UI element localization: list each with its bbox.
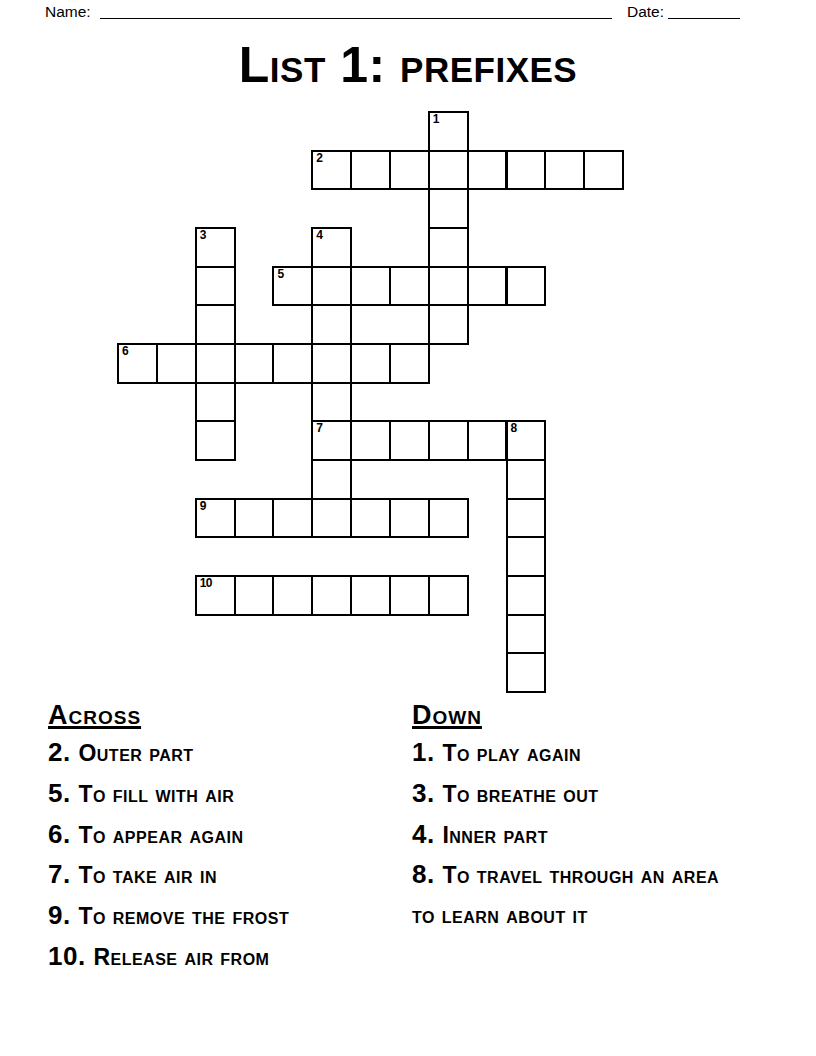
cell-number: 8 xyxy=(511,422,517,435)
grid-cell[interactable] xyxy=(389,343,430,384)
down-clues-section: Down 1. To play again3. To breathe out4.… xyxy=(412,700,722,937)
grid-cell[interactable] xyxy=(428,498,469,539)
clue-item: 10. Release air from xyxy=(48,938,400,979)
grid-cell[interactable] xyxy=(389,575,430,616)
grid-cell[interactable] xyxy=(544,150,585,191)
clue-item: 2. Outer part xyxy=(48,734,400,775)
grid-cell[interactable] xyxy=(389,420,430,461)
clue-text: Release air from xyxy=(93,944,269,970)
clue-item: 1. To play again xyxy=(412,734,722,775)
clue-item: 6. To appear again xyxy=(48,816,400,857)
grid-cell[interactable] xyxy=(350,150,391,191)
clue-text: Outer part xyxy=(78,740,193,766)
grid-cell[interactable] xyxy=(389,498,430,539)
clue-item: 4. Inner part xyxy=(412,816,722,857)
across-clue-list: 2. Outer part5. To fill with air6. To ap… xyxy=(48,734,400,979)
grid-cell[interactable] xyxy=(311,343,352,384)
grid-cell[interactable]: 7 xyxy=(311,420,352,461)
grid-cell[interactable] xyxy=(311,304,352,345)
grid-cell[interactable] xyxy=(156,343,197,384)
grid-cell[interactable] xyxy=(467,420,508,461)
grid-cell[interactable] xyxy=(428,575,469,616)
grid-cell[interactable]: 9 xyxy=(195,498,236,539)
name-blank-line[interactable] xyxy=(100,2,612,19)
grid-cell[interactable] xyxy=(506,536,547,577)
down-clue-list: 1. To play again3. To breathe out4. Inne… xyxy=(412,734,722,937)
grid-cell[interactable] xyxy=(311,266,352,307)
grid-cell[interactable] xyxy=(195,266,236,307)
clue-number: 6. xyxy=(48,819,78,849)
grid-cell[interactable] xyxy=(234,343,275,384)
cell-number: 4 xyxy=(316,229,322,242)
grid-cell[interactable] xyxy=(350,420,391,461)
cell-number: 2 xyxy=(316,152,322,165)
grid-cell[interactable] xyxy=(350,343,391,384)
grid-cell[interactable] xyxy=(428,188,469,229)
clue-text: To play again xyxy=(442,740,581,766)
grid-cell[interactable] xyxy=(506,498,547,539)
grid-cell[interactable] xyxy=(389,150,430,191)
across-clues-section: Across 2. Outer part5. To fill with air6… xyxy=(48,700,400,979)
grid-cell[interactable] xyxy=(428,420,469,461)
grid-cell[interactable] xyxy=(272,575,313,616)
grid-cell[interactable] xyxy=(234,498,275,539)
clue-text: To remove the frost xyxy=(78,903,289,929)
grid-cell[interactable] xyxy=(311,459,352,500)
grid-cell[interactable] xyxy=(506,614,547,655)
grid-cell[interactable] xyxy=(234,575,275,616)
grid-cell[interactable] xyxy=(428,227,469,268)
grid-cell[interactable] xyxy=(195,343,236,384)
clue-number: 5. xyxy=(48,778,78,808)
clue-item: 8. To travel through an area to learn ab… xyxy=(412,856,722,937)
clue-item: 5. To fill with air xyxy=(48,775,400,816)
grid-cell[interactable] xyxy=(272,343,313,384)
cell-number: 7 xyxy=(316,422,322,435)
clue-text: Inner part xyxy=(442,822,547,848)
clue-number: 9. xyxy=(48,900,78,930)
clue-text: To appear again xyxy=(78,822,243,848)
clue-number: 2. xyxy=(48,737,78,767)
page-title: List 1: prefixes xyxy=(0,36,816,94)
clue-number: 3. xyxy=(412,778,442,808)
clue-item: 7. To take air in xyxy=(48,856,400,897)
grid-cell[interactable] xyxy=(389,266,430,307)
grid-cell[interactable]: 6 xyxy=(117,343,158,384)
grid-cell[interactable] xyxy=(350,498,391,539)
grid-cell[interactable]: 3 xyxy=(195,227,236,268)
cell-number: 1 xyxy=(433,113,439,126)
grid-cell[interactable] xyxy=(350,266,391,307)
grid-cell[interactable] xyxy=(195,420,236,461)
grid-cell[interactable]: 10 xyxy=(195,575,236,616)
grid-cell[interactable] xyxy=(583,150,624,191)
clue-number: 1. xyxy=(412,737,442,767)
clue-number: 8. xyxy=(412,859,442,889)
clue-number: 10. xyxy=(48,941,93,971)
crossword-grid: 12347568910 xyxy=(117,111,625,694)
grid-cell[interactable] xyxy=(311,575,352,616)
cell-number: 3 xyxy=(200,229,206,242)
grid-cell[interactable] xyxy=(428,266,469,307)
clue-item: 9. To remove the frost xyxy=(48,897,400,938)
grid-cell[interactable] xyxy=(311,498,352,539)
down-header: Down xyxy=(412,700,722,730)
clue-number: 4. xyxy=(412,819,442,849)
date-label: Date: xyxy=(627,3,664,21)
grid-cell[interactable] xyxy=(195,382,236,423)
clue-item: 3. To breathe out xyxy=(412,775,722,816)
grid-cell[interactable] xyxy=(195,304,236,345)
grid-cell[interactable]: 1 xyxy=(428,111,469,152)
grid-cell[interactable] xyxy=(467,266,508,307)
cell-number: 6 xyxy=(122,345,128,358)
clue-text: To fill with air xyxy=(78,781,234,807)
grid-cell[interactable]: 2 xyxy=(311,150,352,191)
name-label: Name: xyxy=(45,3,91,21)
grid-cell[interactable] xyxy=(350,575,391,616)
grid-cell[interactable]: 8 xyxy=(506,420,547,461)
cell-number: 10 xyxy=(200,577,212,590)
clue-number: 7. xyxy=(48,859,78,889)
grid-cell[interactable] xyxy=(272,498,313,539)
grid-cell[interactable] xyxy=(311,382,352,423)
grid-cell[interactable] xyxy=(428,150,469,191)
cell-number: 9 xyxy=(200,500,206,513)
cell-number: 5 xyxy=(277,268,283,281)
grid-cell[interactable] xyxy=(506,652,547,693)
across-header: Across xyxy=(48,700,400,730)
grid-cell[interactable] xyxy=(428,304,469,345)
grid-cell[interactable] xyxy=(467,150,508,191)
grid-cell[interactable] xyxy=(506,150,547,191)
grid-cell[interactable]: 4 xyxy=(311,227,352,268)
grid-cell[interactable] xyxy=(506,459,547,500)
grid-cell[interactable]: 5 xyxy=(272,266,313,307)
date-blank-line[interactable] xyxy=(668,2,740,19)
grid-cell[interactable] xyxy=(506,575,547,616)
clue-text: To travel through an area to learn about… xyxy=(412,862,719,928)
clue-text: To breathe out xyxy=(442,781,598,807)
clue-text: To take air in xyxy=(78,862,217,888)
grid-cell[interactable] xyxy=(506,266,547,307)
